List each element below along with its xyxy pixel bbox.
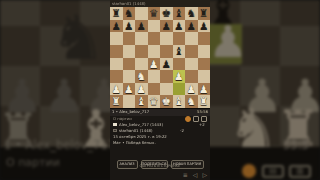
square-e2[interactable] (160, 83, 173, 96)
piece-black-pawn: ♟ (162, 21, 171, 32)
square-c5[interactable] (135, 45, 148, 58)
piece-black-knight: ♞ (124, 8, 133, 19)
square-e5[interactable] (160, 45, 173, 58)
square-a3[interactable] (110, 70, 123, 83)
square-a5[interactable] (110, 45, 123, 58)
piece-white-pawn: ♟ (137, 84, 146, 95)
square-h8[interactable]: ♜ (198, 7, 211, 20)
opponent-name: starhan01 (1448) (112, 1, 146, 5)
prev-move-icon[interactable]: ◁ (193, 172, 198, 178)
game-date: 15 октября 2025 г. в 19:22 (113, 134, 167, 138)
square-c1[interactable]: ♝ (135, 95, 148, 108)
piece-white-knight: ♞ (187, 96, 196, 107)
piece-white-pawn: ♟ (199, 84, 208, 95)
square-h5[interactable] (198, 45, 211, 58)
piece-black-knight: ♞ (187, 8, 196, 19)
square-d2[interactable] (148, 83, 161, 96)
square-g2[interactable]: ♟ (185, 83, 198, 96)
square-g3[interactable] (185, 70, 198, 83)
next-move-icon[interactable]: ▷ (202, 172, 207, 178)
panel-icons[interactable] (183, 116, 207, 122)
screenshot: ♞♟♟♟♜♝♝♟♟♟♞♜ 1 • Alex_belov_717 55:5 О п… (0, 0, 320, 180)
piece-black-pawn: ♟ (137, 21, 146, 32)
panel-title: О партии (113, 116, 132, 120)
piece-white-pawn: ♟ (112, 84, 121, 95)
square-g5[interactable] (185, 45, 198, 58)
black-rating-delta: -2 (180, 128, 184, 132)
piece-white-knight: ♞ (137, 71, 146, 82)
square-g7[interactable]: ♟ (185, 20, 198, 33)
square-d4[interactable]: ♟ (148, 58, 161, 71)
square-a7[interactable]: ♟ (110, 20, 123, 33)
square-e8[interactable]: ♚ (160, 7, 173, 20)
player-clock: 55:56 (197, 110, 208, 114)
square-f8[interactable]: ♝ (173, 7, 186, 20)
square-d1[interactable]: ♛ (148, 95, 161, 108)
square-e6[interactable] (160, 32, 173, 45)
section-label-row: СЫГРАТЬ В СТОРОНКЕ (110, 153, 210, 158)
square-a2[interactable]: ♟ (110, 83, 123, 96)
square-c7[interactable]: ♟ (135, 20, 148, 33)
square-d7[interactable] (148, 20, 161, 33)
square-f2[interactable] (173, 83, 186, 96)
player-bar: 1 • Alex_belov_717 55:56 (110, 108, 210, 116)
piece-white-king: ♚ (162, 96, 171, 107)
menu-icon[interactable]: ≡ (183, 172, 188, 178)
square-f7[interactable]: ♟ (173, 20, 186, 33)
square-c4[interactable] (135, 58, 148, 71)
chart-icon[interactable] (201, 116, 207, 122)
piece-black-pawn: ♟ (162, 59, 171, 70)
bottom-toolbar: ≡◁▷ (183, 172, 207, 178)
white-rating-delta: +2 (199, 122, 205, 126)
piece-white-pawn: ♟ (174, 71, 183, 82)
square-b1[interactable] (123, 95, 136, 108)
piece-black-pawn: ♟ (124, 21, 133, 32)
square-h1[interactable]: ♜ (198, 95, 211, 108)
square-c6[interactable] (135, 32, 148, 45)
white-marker-icon (113, 123, 117, 127)
square-b7[interactable]: ♟ (123, 20, 136, 33)
square-h3[interactable] (198, 70, 211, 83)
square-c2[interactable]: ♟ (135, 83, 148, 96)
piece-white-pawn: ♟ (187, 84, 196, 95)
piece-white-pawn: ♟ (149, 59, 158, 70)
square-f6[interactable] (173, 32, 186, 45)
square-b5[interactable] (123, 45, 136, 58)
piece-black-pawn: ♟ (199, 21, 208, 32)
square-e1[interactable]: ♚ (160, 95, 173, 108)
piece-white-rook: ♜ (112, 96, 121, 107)
square-f1[interactable]: ♝ (173, 95, 186, 108)
square-b4[interactable] (123, 58, 136, 71)
square-e3[interactable] (160, 70, 173, 83)
piece-black-pawn: ♟ (112, 21, 121, 32)
square-g4[interactable] (185, 58, 198, 71)
square-h4[interactable] (198, 58, 211, 71)
square-h7[interactable]: ♟ (198, 20, 211, 33)
square-h6[interactable] (198, 32, 211, 45)
piece-black-queen: ♛ (149, 8, 158, 19)
piece-black-rook: ♜ (199, 8, 208, 19)
analysis-button[interactable]: АНАЛИЗ (117, 160, 138, 169)
game-result-row: Мат • Победа белых. (110, 140, 210, 146)
piece-black-king: ♚ (162, 8, 171, 19)
piece-black-pawn: ♟ (174, 21, 183, 32)
square-e4[interactable]: ♟ (160, 58, 173, 71)
player-name: 1 • Alex_belov_717 (112, 110, 149, 114)
opponent-bar: starhan01 (1448) (110, 0, 210, 7)
piece-black-bishop: ♝ (174, 8, 183, 19)
square-d8[interactable]: ♛ (148, 7, 161, 20)
square-h2[interactable]: ♟ (198, 83, 211, 96)
piece-white-pawn: ♟ (124, 84, 133, 95)
square-b6[interactable] (123, 32, 136, 45)
square-f4[interactable] (173, 58, 186, 71)
square-f3[interactable]: ♟ (173, 70, 186, 83)
square-c3[interactable]: ♞ (135, 70, 148, 83)
white-player-label: Alex_belov_717 (1443) (119, 122, 163, 126)
game-result: Мат • Победа белых. (113, 140, 156, 144)
square-a8[interactable]: ♜ (110, 7, 123, 20)
piece-black-bishop: ♝ (174, 46, 183, 57)
engine-icon[interactable] (185, 116, 191, 122)
square-c8[interactable] (135, 7, 148, 20)
square-f5[interactable]: ♝ (173, 45, 186, 58)
square-g6[interactable] (185, 32, 198, 45)
square-e7[interactable]: ♟ (160, 20, 173, 33)
piece-white-bishop: ♝ (137, 96, 146, 107)
piece-white-rook: ♜ (199, 96, 208, 107)
piece-white-bishop: ♝ (174, 96, 183, 107)
chess-board[interactable]: ♜♞♛♚♝♞♜♟♟♟♟♟♟♟♝♟♟♞♟♟♟♟♟♟♜♝♛♚♝♞♜ (110, 7, 210, 108)
black-player-label: starhan01 (1448) (119, 128, 153, 132)
square-d5[interactable] (148, 45, 161, 58)
square-a1[interactable]: ♜ (110, 95, 123, 108)
piece-white-queen: ♛ (149, 96, 158, 107)
square-a6[interactable] (110, 32, 123, 45)
piece-black-pawn: ♟ (187, 21, 196, 32)
board-icon[interactable] (193, 116, 199, 122)
app-column: starhan01 (1448) ♜♞♛♚♝♞♜♟♟♟♟♟♟♟♝♟♟♞♟♟♟♟♟… (110, 0, 210, 180)
square-d6[interactable] (148, 32, 161, 45)
square-g1[interactable]: ♞ (185, 95, 198, 108)
square-b3[interactable] (123, 70, 136, 83)
square-g8[interactable]: ♞ (185, 7, 198, 20)
square-b8[interactable]: ♞ (123, 7, 136, 20)
black-marker-icon (113, 129, 117, 133)
piece-black-rook: ♜ (112, 8, 121, 19)
square-d3[interactable] (148, 70, 161, 83)
square-a4[interactable] (110, 58, 123, 71)
square-b2[interactable]: ♟ (123, 83, 136, 96)
